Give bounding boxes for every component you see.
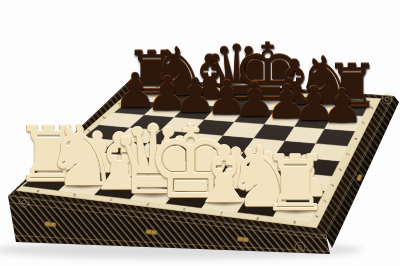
- p-glyph: ♟: [321, 82, 363, 129]
- r-glyph: ♜: [261, 146, 329, 222]
- piece-layer: ♜♞♝♛♚♝♞♜♟♟♟♟♟♟♟♟♟♟♟♟♟♟♟♟♜♞♝♛♚♝♞♜: [0, 0, 400, 266]
- product-photo: aa11bb22cc33dd44ee55ff66gg77hh88 ♜♞♝♛♚♝♞…: [0, 0, 400, 266]
